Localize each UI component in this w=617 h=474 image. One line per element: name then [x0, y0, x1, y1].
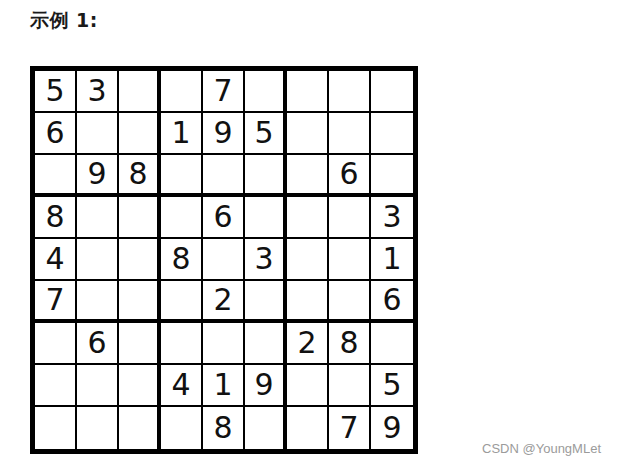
sudoku-cell-empty	[35, 365, 77, 407]
sudoku-cell-empty	[77, 281, 119, 323]
sudoku-cell-empty	[287, 407, 329, 449]
sudoku-cell-given: 5	[35, 71, 77, 113]
sudoku-cell-given: 8	[119, 155, 161, 197]
sudoku-cell-empty	[119, 323, 161, 365]
sudoku-cell-empty	[77, 239, 119, 281]
sudoku-cell-empty	[287, 71, 329, 113]
sudoku-cell-given: 9	[203, 113, 245, 155]
sudoku-cell-given: 6	[203, 197, 245, 239]
sudoku-cell-empty	[161, 197, 203, 239]
sudoku-cell-empty	[329, 113, 371, 155]
sudoku-cell-empty	[77, 407, 119, 449]
sudoku-board: 537619598686348317266284195879	[30, 66, 418, 454]
sudoku-cell-given: 8	[35, 197, 77, 239]
sudoku-cell-given: 8	[203, 407, 245, 449]
sudoku-cell-given: 7	[35, 281, 77, 323]
sudoku-cell-empty	[287, 113, 329, 155]
sudoku-cell-empty	[371, 113, 413, 155]
sudoku-cell-given: 2	[287, 323, 329, 365]
sudoku-cell-given: 8	[161, 239, 203, 281]
sudoku-cell-empty	[203, 323, 245, 365]
sudoku-cell-given: 5	[371, 365, 413, 407]
sudoku-cell-empty	[371, 155, 413, 197]
sudoku-cell-empty	[329, 71, 371, 113]
sudoku-cell-given: 6	[77, 323, 119, 365]
sudoku-cell-empty	[119, 113, 161, 155]
sudoku-cell-given: 9	[77, 155, 119, 197]
sudoku-cell-empty	[329, 365, 371, 407]
sudoku-cell-empty	[371, 71, 413, 113]
sudoku-cell-empty	[287, 155, 329, 197]
sudoku-cell-given: 7	[203, 71, 245, 113]
sudoku-cell-empty	[77, 365, 119, 407]
sudoku-cell-empty	[35, 323, 77, 365]
sudoku-cell-given: 6	[329, 155, 371, 197]
sudoku-cell-empty	[245, 407, 287, 449]
sudoku-cell-empty	[245, 155, 287, 197]
example-title: 示例 1:	[30, 8, 98, 34]
sudoku-cell-empty	[329, 239, 371, 281]
sudoku-cell-given: 6	[371, 281, 413, 323]
sudoku-cell-empty	[77, 113, 119, 155]
sudoku-cell-empty	[329, 281, 371, 323]
sudoku-cell-empty	[35, 155, 77, 197]
sudoku-cell-given: 3	[245, 239, 287, 281]
page: 示例 1: 537619598686348317266284195879 CSD…	[0, 0, 617, 474]
sudoku-cell-empty	[329, 197, 371, 239]
sudoku-cell-empty	[119, 197, 161, 239]
sudoku-cell-empty	[203, 239, 245, 281]
sudoku-cell-empty	[119, 365, 161, 407]
sudoku-cell-empty	[371, 323, 413, 365]
sudoku-cell-empty	[287, 365, 329, 407]
sudoku-cell-empty	[287, 197, 329, 239]
sudoku-cell-empty	[119, 281, 161, 323]
sudoku-cell-empty	[245, 71, 287, 113]
sudoku-cell-given: 6	[35, 113, 77, 155]
sudoku-cell-empty	[245, 281, 287, 323]
sudoku-cell-given: 7	[329, 407, 371, 449]
sudoku-cell-given: 1	[371, 239, 413, 281]
sudoku-cell-given: 8	[329, 323, 371, 365]
sudoku-cell-given: 3	[371, 197, 413, 239]
sudoku-cell-empty	[287, 239, 329, 281]
sudoku-cell-given: 4	[161, 365, 203, 407]
sudoku-cell-given: 5	[245, 113, 287, 155]
sudoku-cell-empty	[119, 71, 161, 113]
sudoku-cell-empty	[161, 323, 203, 365]
sudoku-cell-given: 4	[35, 239, 77, 281]
sudoku-cell-empty	[203, 155, 245, 197]
sudoku-cell-empty	[77, 197, 119, 239]
sudoku-cell-given: 2	[203, 281, 245, 323]
sudoku-cell-empty	[245, 197, 287, 239]
sudoku-cell-given: 1	[203, 365, 245, 407]
sudoku-cell-empty	[161, 407, 203, 449]
watermark: CSDN @YoungMLet	[482, 441, 601, 456]
sudoku-cell-empty	[161, 281, 203, 323]
sudoku-cell-empty	[161, 71, 203, 113]
sudoku-cell-empty	[119, 407, 161, 449]
sudoku-cell-empty	[119, 239, 161, 281]
sudoku-cell-given: 9	[371, 407, 413, 449]
sudoku-cell-given: 1	[161, 113, 203, 155]
sudoku-cell-empty	[245, 323, 287, 365]
sudoku-cell-empty	[287, 281, 329, 323]
sudoku-cell-empty	[161, 155, 203, 197]
sudoku-cell-given: 9	[245, 365, 287, 407]
sudoku-cell-given: 3	[77, 71, 119, 113]
sudoku-cell-empty	[35, 407, 77, 449]
